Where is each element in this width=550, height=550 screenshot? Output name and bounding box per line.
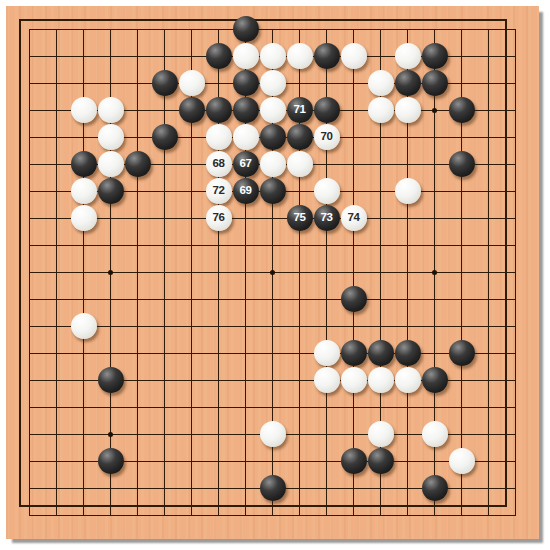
board-cell[interactable]	[124, 16, 151, 43]
board-cell[interactable]	[286, 502, 313, 529]
board-cell[interactable]	[151, 421, 178, 448]
board-cell[interactable]	[367, 43, 394, 70]
board-cell[interactable]	[475, 367, 502, 394]
board-cell[interactable]	[421, 178, 448, 205]
board-cell[interactable]	[43, 367, 70, 394]
board-cell[interactable]	[70, 502, 97, 529]
board-cell[interactable]	[232, 124, 259, 151]
board-cell[interactable]	[70, 205, 97, 232]
board-cell[interactable]	[43, 232, 70, 259]
board-cell[interactable]	[97, 70, 124, 97]
board-cell[interactable]	[16, 502, 43, 529]
board-cell[interactable]	[43, 313, 70, 340]
board-cell[interactable]	[394, 340, 421, 367]
board-cell[interactable]	[286, 448, 313, 475]
board-cell[interactable]	[367, 124, 394, 151]
board-cell[interactable]	[232, 394, 259, 421]
board-cell[interactable]	[502, 313, 529, 340]
board-cell[interactable]	[367, 340, 394, 367]
board-cell[interactable]	[394, 313, 421, 340]
board-cell[interactable]	[124, 70, 151, 97]
board-cell[interactable]	[394, 286, 421, 313]
board-cell[interactable]	[97, 340, 124, 367]
board-cell[interactable]	[448, 502, 475, 529]
board-cell[interactable]	[151, 16, 178, 43]
board-cell[interactable]	[232, 205, 259, 232]
board-cell[interactable]	[70, 340, 97, 367]
board-cell[interactable]	[97, 502, 124, 529]
board-cell[interactable]	[475, 151, 502, 178]
board-cell[interactable]	[16, 151, 43, 178]
board-cell[interactable]	[151, 340, 178, 367]
board-cell[interactable]	[178, 448, 205, 475]
board-cell[interactable]	[259, 205, 286, 232]
board-cell[interactable]	[394, 448, 421, 475]
board-cell[interactable]	[367, 502, 394, 529]
board-cell[interactable]: 73	[313, 205, 340, 232]
board-cell[interactable]	[16, 394, 43, 421]
board-cell[interactable]	[340, 259, 367, 286]
board-cell[interactable]	[340, 421, 367, 448]
board-cell[interactable]	[421, 421, 448, 448]
board-cell[interactable]	[286, 286, 313, 313]
board-cell[interactable]	[394, 151, 421, 178]
board-cell[interactable]	[43, 394, 70, 421]
board-cell[interactable]	[232, 313, 259, 340]
board-cell[interactable]	[475, 286, 502, 313]
board-cell[interactable]	[340, 340, 367, 367]
board-cell[interactable]	[151, 124, 178, 151]
board-cell[interactable]	[124, 313, 151, 340]
board-cell[interactable]	[367, 286, 394, 313]
board-cell[interactable]	[313, 97, 340, 124]
board-cell[interactable]	[475, 124, 502, 151]
board-cell[interactable]	[205, 124, 232, 151]
board-cell[interactable]	[340, 178, 367, 205]
board-cell[interactable]	[205, 43, 232, 70]
board-cell[interactable]	[502, 97, 529, 124]
board-cell[interactable]	[178, 16, 205, 43]
board-cell[interactable]	[475, 421, 502, 448]
board-cell[interactable]	[448, 313, 475, 340]
board-cell[interactable]	[151, 43, 178, 70]
board-cell[interactable]	[502, 286, 529, 313]
board-cell[interactable]	[43, 286, 70, 313]
board-cell[interactable]	[394, 178, 421, 205]
board-cell[interactable]	[70, 151, 97, 178]
board-cell[interactable]	[178, 178, 205, 205]
board-cell[interactable]	[124, 367, 151, 394]
board-cell[interactable]	[367, 151, 394, 178]
board-cell[interactable]	[502, 421, 529, 448]
board-cell[interactable]	[421, 124, 448, 151]
board-cell[interactable]	[97, 448, 124, 475]
board-cell[interactable]	[502, 232, 529, 259]
board-cell[interactable]	[70, 313, 97, 340]
board-cell[interactable]	[97, 178, 124, 205]
board-cell[interactable]	[448, 475, 475, 502]
board-cell[interactable]	[205, 448, 232, 475]
board-cell[interactable]	[259, 259, 286, 286]
board-cell[interactable]	[448, 70, 475, 97]
board-cell[interactable]	[124, 97, 151, 124]
board-cell[interactable]	[448, 421, 475, 448]
board-cell[interactable]	[43, 178, 70, 205]
board-cell[interactable]	[502, 475, 529, 502]
board-cell[interactable]	[151, 97, 178, 124]
board-cell[interactable]	[259, 70, 286, 97]
board-cell[interactable]	[367, 448, 394, 475]
board-cell[interactable]	[232, 448, 259, 475]
board-cell[interactable]	[97, 151, 124, 178]
board-cell[interactable]: 70	[313, 124, 340, 151]
board-cell[interactable]	[421, 205, 448, 232]
board-cell[interactable]	[232, 286, 259, 313]
board-cell[interactable]	[367, 421, 394, 448]
board-cell[interactable]	[394, 394, 421, 421]
board-cell[interactable]	[178, 259, 205, 286]
board-cell[interactable]	[475, 259, 502, 286]
board-cell[interactable]	[259, 502, 286, 529]
board-cell[interactable]	[97, 313, 124, 340]
board-cell[interactable]	[70, 286, 97, 313]
board-cell[interactable]	[367, 367, 394, 394]
board-cell[interactable]	[259, 448, 286, 475]
board-cell[interactable]	[421, 232, 448, 259]
board-cell[interactable]	[286, 394, 313, 421]
board-cell[interactable]	[421, 394, 448, 421]
board-cell[interactable]	[448, 205, 475, 232]
board-cell[interactable]	[286, 16, 313, 43]
board-cell[interactable]	[16, 124, 43, 151]
board-cell[interactable]	[259, 16, 286, 43]
board-cell[interactable]	[205, 259, 232, 286]
board-cell[interactable]	[124, 205, 151, 232]
board-cell[interactable]	[286, 259, 313, 286]
board-cell[interactable]	[448, 367, 475, 394]
board-cell[interactable]	[286, 475, 313, 502]
board-cell[interactable]	[97, 205, 124, 232]
board-cell[interactable]	[70, 124, 97, 151]
board-cell[interactable]	[259, 151, 286, 178]
board-cell[interactable]	[259, 232, 286, 259]
board-cell[interactable]	[286, 421, 313, 448]
board-cell[interactable]	[475, 70, 502, 97]
board-cell[interactable]	[151, 259, 178, 286]
board-cell[interactable]	[394, 232, 421, 259]
board-cell[interactable]	[475, 16, 502, 43]
board-cell[interactable]: 68	[205, 151, 232, 178]
board-cell[interactable]	[97, 97, 124, 124]
board-cell[interactable]	[232, 43, 259, 70]
board-cell[interactable]	[475, 43, 502, 70]
board-cell[interactable]	[178, 475, 205, 502]
board-cell[interactable]	[43, 475, 70, 502]
board-cell[interactable]	[43, 421, 70, 448]
board-cell[interactable]	[178, 43, 205, 70]
board-cell[interactable]	[124, 151, 151, 178]
board-cell[interactable]	[367, 475, 394, 502]
board-cell[interactable]	[340, 43, 367, 70]
board-cell[interactable]	[16, 475, 43, 502]
board-cell[interactable]	[151, 313, 178, 340]
board-cell[interactable]	[421, 502, 448, 529]
board-cell[interactable]	[394, 97, 421, 124]
board-cell[interactable]	[259, 124, 286, 151]
board-cell[interactable]	[151, 394, 178, 421]
board-cell[interactable]	[286, 151, 313, 178]
board-cell[interactable]: 76	[205, 205, 232, 232]
board-cell[interactable]	[178, 286, 205, 313]
board-cell[interactable]	[394, 16, 421, 43]
board-cell[interactable]	[151, 502, 178, 529]
board-cell[interactable]	[124, 475, 151, 502]
board-cell[interactable]	[259, 394, 286, 421]
board-cell[interactable]	[367, 259, 394, 286]
board-cell[interactable]	[43, 43, 70, 70]
board-cell[interactable]	[232, 16, 259, 43]
board-cell[interactable]	[502, 394, 529, 421]
board-cell[interactable]	[475, 97, 502, 124]
board-cell[interactable]: 69	[232, 178, 259, 205]
board-cell[interactable]	[151, 70, 178, 97]
board-cell[interactable]	[124, 124, 151, 151]
board-cell[interactable]	[124, 340, 151, 367]
board-cell[interactable]	[16, 16, 43, 43]
board-cell[interactable]	[205, 313, 232, 340]
board-cell[interactable]	[475, 448, 502, 475]
board-cell[interactable]	[70, 43, 97, 70]
board-cell[interactable]	[70, 97, 97, 124]
board-cell[interactable]	[421, 448, 448, 475]
board-cell[interactable]	[97, 475, 124, 502]
board-cell[interactable]	[340, 475, 367, 502]
board-cell[interactable]	[43, 70, 70, 97]
board-cell[interactable]	[340, 97, 367, 124]
board-cell[interactable]	[340, 502, 367, 529]
board-cell[interactable]	[124, 394, 151, 421]
board-cell[interactable]: 75	[286, 205, 313, 232]
board-cell[interactable]	[43, 340, 70, 367]
board-cell[interactable]	[340, 16, 367, 43]
board-cell[interactable]	[286, 367, 313, 394]
board-cell[interactable]	[313, 313, 340, 340]
board-cell[interactable]	[475, 475, 502, 502]
board-cell[interactable]	[448, 286, 475, 313]
board-cell[interactable]	[232, 232, 259, 259]
board-cell[interactable]	[97, 124, 124, 151]
board-cell[interactable]	[205, 286, 232, 313]
board-cell[interactable]	[313, 70, 340, 97]
board-cell[interactable]	[448, 124, 475, 151]
board-cell[interactable]	[178, 313, 205, 340]
board-cell[interactable]	[97, 16, 124, 43]
board-cell[interactable]	[151, 286, 178, 313]
board-cell[interactable]	[97, 43, 124, 70]
board-cell[interactable]	[232, 340, 259, 367]
board-cell[interactable]	[16, 178, 43, 205]
board-cell[interactable]	[286, 178, 313, 205]
board-cell[interactable]	[16, 70, 43, 97]
board-cell[interactable]	[394, 367, 421, 394]
board-cell[interactable]	[97, 367, 124, 394]
board-cell[interactable]	[394, 205, 421, 232]
board-cell[interactable]	[286, 43, 313, 70]
board-cell[interactable]	[232, 70, 259, 97]
board-cell[interactable]	[340, 151, 367, 178]
board-cell[interactable]	[205, 394, 232, 421]
board-cell[interactable]	[124, 286, 151, 313]
board-cell[interactable]	[205, 340, 232, 367]
board-cell[interactable]	[259, 178, 286, 205]
board-cell[interactable]	[340, 448, 367, 475]
board-cell[interactable]	[421, 97, 448, 124]
board-cell[interactable]	[205, 502, 232, 529]
board-cell[interactable]	[313, 502, 340, 529]
board-cell[interactable]	[502, 70, 529, 97]
board-cell[interactable]	[16, 205, 43, 232]
board-cell[interactable]	[421, 286, 448, 313]
board-cell[interactable]	[178, 151, 205, 178]
board-cell[interactable]	[43, 448, 70, 475]
board-cell[interactable]	[475, 502, 502, 529]
board-cell[interactable]	[448, 16, 475, 43]
board-cell[interactable]	[286, 340, 313, 367]
board-cell[interactable]	[475, 394, 502, 421]
board-cell[interactable]	[70, 475, 97, 502]
board-cell[interactable]	[16, 259, 43, 286]
board-cell[interactable]	[502, 43, 529, 70]
board-cell[interactable]	[259, 475, 286, 502]
board-cell[interactable]	[340, 232, 367, 259]
board-cell[interactable]	[16, 448, 43, 475]
board-cell[interactable]	[70, 367, 97, 394]
board-cell[interactable]	[124, 178, 151, 205]
board-cell[interactable]	[232, 421, 259, 448]
board-cell[interactable]	[232, 475, 259, 502]
board-cell[interactable]	[394, 70, 421, 97]
board-cell[interactable]	[340, 367, 367, 394]
board-cell[interactable]	[232, 502, 259, 529]
board-cell[interactable]	[97, 421, 124, 448]
board-cell[interactable]	[367, 232, 394, 259]
board-cell[interactable]	[286, 70, 313, 97]
board-cell[interactable]	[43, 124, 70, 151]
board-cell[interactable]	[502, 16, 529, 43]
board-cell[interactable]	[151, 232, 178, 259]
board-cell[interactable]	[124, 448, 151, 475]
board-cell[interactable]: 67	[232, 151, 259, 178]
board-cell[interactable]	[421, 259, 448, 286]
board-cell[interactable]: 74	[340, 205, 367, 232]
board-cell[interactable]	[16, 232, 43, 259]
board-cell[interactable]	[178, 205, 205, 232]
board-cell[interactable]	[448, 151, 475, 178]
board-cell[interactable]	[421, 340, 448, 367]
board-cell[interactable]	[16, 421, 43, 448]
board-cell[interactable]	[151, 205, 178, 232]
board-cell[interactable]	[448, 43, 475, 70]
board-cell[interactable]	[259, 286, 286, 313]
board-cell[interactable]	[151, 151, 178, 178]
board-cell[interactable]	[178, 124, 205, 151]
board-cell[interactable]	[340, 124, 367, 151]
board-cell[interactable]	[286, 232, 313, 259]
board-cell[interactable]	[502, 340, 529, 367]
board-cell[interactable]	[97, 286, 124, 313]
board-cell[interactable]	[70, 16, 97, 43]
board-cell[interactable]	[97, 232, 124, 259]
board-cell[interactable]	[70, 178, 97, 205]
board-cell[interactable]: 72	[205, 178, 232, 205]
board-cell[interactable]	[16, 340, 43, 367]
board-cell[interactable]	[205, 70, 232, 97]
board-cell[interactable]	[394, 421, 421, 448]
board-cell[interactable]	[205, 475, 232, 502]
board-cell[interactable]	[70, 232, 97, 259]
board-cell[interactable]	[502, 151, 529, 178]
board-cell[interactable]	[232, 97, 259, 124]
board-cell[interactable]	[313, 448, 340, 475]
board-cell[interactable]	[313, 232, 340, 259]
board-cell[interactable]	[313, 259, 340, 286]
board-cell[interactable]	[367, 313, 394, 340]
board-cell[interactable]	[394, 502, 421, 529]
board-cell[interactable]	[43, 151, 70, 178]
board-cell[interactable]	[259, 421, 286, 448]
board-cell[interactable]	[178, 97, 205, 124]
board-cell[interactable]	[205, 97, 232, 124]
board-cell[interactable]	[448, 178, 475, 205]
board-cell[interactable]	[16, 97, 43, 124]
board-cell[interactable]	[502, 367, 529, 394]
board-cell[interactable]	[502, 502, 529, 529]
board-cell[interactable]	[394, 43, 421, 70]
board-cell[interactable]	[340, 313, 367, 340]
board-cell[interactable]	[16, 286, 43, 313]
board-cell[interactable]	[124, 43, 151, 70]
board-cell[interactable]	[448, 448, 475, 475]
board-cell[interactable]	[502, 205, 529, 232]
board-cell[interactable]	[259, 367, 286, 394]
board-cell[interactable]	[151, 367, 178, 394]
board-cell[interactable]	[475, 313, 502, 340]
board-cell[interactable]	[97, 394, 124, 421]
board-cell[interactable]	[178, 340, 205, 367]
board-cell[interactable]	[475, 178, 502, 205]
board-cell[interactable]	[367, 70, 394, 97]
board-cell[interactable]	[259, 43, 286, 70]
board-cell[interactable]	[448, 259, 475, 286]
board-cell[interactable]	[421, 313, 448, 340]
board-cell[interactable]	[421, 70, 448, 97]
board-cell[interactable]	[43, 16, 70, 43]
board-cell[interactable]	[286, 124, 313, 151]
board-cell[interactable]	[70, 70, 97, 97]
board-cell[interactable]	[70, 421, 97, 448]
board-cell[interactable]	[286, 313, 313, 340]
board-cell[interactable]	[259, 340, 286, 367]
board-cell[interactable]	[367, 16, 394, 43]
board-cell[interactable]	[313, 367, 340, 394]
board-cell[interactable]	[151, 178, 178, 205]
board-cell[interactable]	[70, 394, 97, 421]
board-cell[interactable]	[448, 394, 475, 421]
board-cell[interactable]	[475, 340, 502, 367]
board-cell[interactable]	[232, 259, 259, 286]
board-cell[interactable]	[259, 97, 286, 124]
board-cell[interactable]	[205, 16, 232, 43]
